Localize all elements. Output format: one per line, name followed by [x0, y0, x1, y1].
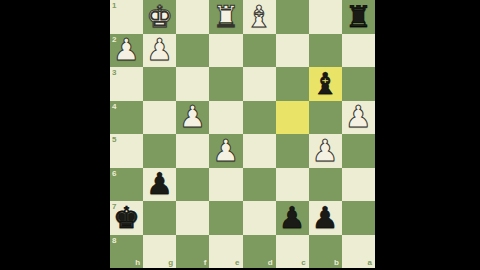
square-g7[interactable] [143, 201, 176, 235]
square-b8[interactable]: b [309, 235, 342, 269]
square-a7[interactable] [342, 201, 375, 235]
square-e3[interactable] [209, 67, 242, 101]
square-h6[interactable]: 6 [110, 168, 143, 202]
white-pawn-e5[interactable]: ♟ [212, 136, 239, 166]
file-label-c: c [301, 259, 305, 267]
rank-label-6: 6 [112, 170, 116, 178]
black-pawn-b7[interactable]: ♟ [312, 203, 339, 233]
square-b4[interactable] [309, 101, 342, 135]
square-f6[interactable] [176, 168, 209, 202]
app-window: 1♚♜♝♜2♟♟3♝4♟♟5♟♟6♟7♚♟♟8hgfedcba [0, 0, 480, 270]
square-c2[interactable] [276, 34, 309, 68]
file-label-g: g [168, 259, 173, 267]
square-g1[interactable]: ♚ [143, 0, 176, 34]
white-pawn-g2[interactable]: ♟ [146, 35, 173, 65]
square-b2[interactable] [309, 34, 342, 68]
square-g6[interactable]: ♟ [143, 168, 176, 202]
square-h2[interactable]: 2♟ [110, 34, 143, 68]
square-b6[interactable] [309, 168, 342, 202]
black-pawn-c7[interactable]: ♟ [279, 203, 306, 233]
square-c5[interactable] [276, 134, 309, 168]
square-a2[interactable] [342, 34, 375, 68]
square-d4[interactable] [243, 101, 276, 135]
square-b3[interactable]: ♝ [309, 67, 342, 101]
square-b7[interactable]: ♟ [309, 201, 342, 235]
file-label-h: h [135, 259, 140, 267]
black-king-h7[interactable]: ♚ [113, 203, 140, 233]
square-h7[interactable]: 7♚ [110, 201, 143, 235]
square-f4[interactable]: ♟ [176, 101, 209, 135]
black-bishop-b3[interactable]: ♝ [312, 69, 339, 99]
square-c8[interactable]: c [276, 235, 309, 269]
square-e6[interactable] [209, 168, 242, 202]
square-d8[interactable]: d [243, 235, 276, 269]
square-b5[interactable]: ♟ [309, 134, 342, 168]
letterbox-right [375, 0, 480, 270]
square-c7[interactable]: ♟ [276, 201, 309, 235]
square-h3[interactable]: 3 [110, 67, 143, 101]
white-pawn-f4[interactable]: ♟ [179, 102, 206, 132]
white-pawn-a4[interactable]: ♟ [345, 102, 372, 132]
square-f8[interactable]: f [176, 235, 209, 269]
square-d6[interactable] [243, 168, 276, 202]
file-label-e: e [235, 259, 239, 267]
square-e8[interactable]: e [209, 235, 242, 269]
square-g8[interactable]: g [143, 235, 176, 269]
square-g4[interactable] [143, 101, 176, 135]
square-e7[interactable] [209, 201, 242, 235]
square-f5[interactable] [176, 134, 209, 168]
square-c3[interactable] [276, 67, 309, 101]
file-label-f: f [204, 259, 207, 267]
square-e2[interactable] [209, 34, 242, 68]
square-g3[interactable] [143, 67, 176, 101]
square-f2[interactable] [176, 34, 209, 68]
square-f7[interactable] [176, 201, 209, 235]
square-c6[interactable] [276, 168, 309, 202]
chessboard: 1♚♜♝♜2♟♟3♝4♟♟5♟♟6♟7♚♟♟8hgfedcba [110, 0, 375, 268]
square-d1[interactable]: ♝ [243, 0, 276, 34]
square-a1[interactable]: ♜ [342, 0, 375, 34]
file-label-a: a [368, 259, 372, 267]
square-f1[interactable] [176, 0, 209, 34]
square-f3[interactable] [176, 67, 209, 101]
square-g5[interactable] [143, 134, 176, 168]
square-h4[interactable]: 4 [110, 101, 143, 135]
rank-label-1: 1 [112, 2, 116, 10]
black-pawn-g6[interactable]: ♟ [146, 169, 173, 199]
square-d5[interactable] [243, 134, 276, 168]
white-king-g1[interactable]: ♚ [146, 2, 173, 32]
file-label-d: d [268, 259, 273, 267]
white-bishop-d1[interactable]: ♝ [246, 2, 273, 32]
square-c4[interactable] [276, 101, 309, 135]
square-e5[interactable]: ♟ [209, 134, 242, 168]
square-d7[interactable] [243, 201, 276, 235]
square-d2[interactable] [243, 34, 276, 68]
white-pawn-h2[interactable]: ♟ [113, 35, 140, 65]
square-g2[interactable]: ♟ [143, 34, 176, 68]
letterbox-left [0, 0, 110, 270]
file-label-b: b [334, 259, 339, 267]
square-h5[interactable]: 5 [110, 134, 143, 168]
square-a4[interactable]: ♟ [342, 101, 375, 135]
square-h8[interactable]: 8h [110, 235, 143, 269]
rank-label-8: 8 [112, 237, 116, 245]
square-e1[interactable]: ♜ [209, 0, 242, 34]
white-rook-e1[interactable]: ♜ [212, 2, 239, 32]
square-c1[interactable] [276, 0, 309, 34]
square-h1[interactable]: 1 [110, 0, 143, 34]
square-a3[interactable] [342, 67, 375, 101]
rank-label-4: 4 [112, 103, 116, 111]
square-a6[interactable] [342, 168, 375, 202]
square-a8[interactable]: a [342, 235, 375, 269]
square-e4[interactable] [209, 101, 242, 135]
rank-label-5: 5 [112, 136, 116, 144]
rank-label-3: 3 [112, 69, 116, 77]
square-a5[interactable] [342, 134, 375, 168]
black-rook-a1[interactable]: ♜ [345, 2, 372, 32]
white-pawn-b5[interactable]: ♟ [312, 136, 339, 166]
square-d3[interactable] [243, 67, 276, 101]
square-b1[interactable] [309, 0, 342, 34]
